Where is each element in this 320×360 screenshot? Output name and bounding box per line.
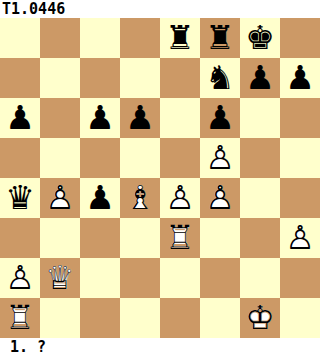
white-pawn[interactable]: ♟♙ [200, 178, 240, 218]
square-e3[interactable]: ♜♖ [160, 218, 200, 258]
square-a2[interactable]: ♟♙ [0, 258, 40, 298]
square-g8[interactable]: ♚ [240, 18, 280, 58]
black-pawn[interactable]: ♟ [240, 58, 280, 98]
problem-title: T1.0446 [0, 0, 320, 18]
square-c6[interactable]: ♟ [80, 98, 120, 138]
black-rook[interactable]: ♜ [160, 18, 200, 58]
white-queen[interactable]: ♛♕ [40, 258, 80, 298]
square-h4[interactable] [280, 178, 320, 218]
white-bishop[interactable]: ♝♗ [120, 178, 160, 218]
square-e1[interactable] [160, 298, 200, 338]
white-king[interactable]: ♚♔ [240, 298, 280, 338]
square-d8[interactable] [120, 18, 160, 58]
square-h5[interactable] [280, 138, 320, 178]
square-b7[interactable] [40, 58, 80, 98]
square-c5[interactable] [80, 138, 120, 178]
white-rook[interactable]: ♜♖ [160, 218, 200, 258]
square-f5[interactable]: ♟♙ [200, 138, 240, 178]
square-d1[interactable] [120, 298, 160, 338]
piece-outline: ♔ [240, 298, 280, 338]
piece-outline: ♙ [200, 138, 240, 178]
square-d6[interactable]: ♟ [120, 98, 160, 138]
square-c2[interactable] [80, 258, 120, 298]
square-e5[interactable] [160, 138, 200, 178]
square-a7[interactable] [0, 58, 40, 98]
square-e7[interactable] [160, 58, 200, 98]
square-b6[interactable] [40, 98, 80, 138]
piece-outline: ♙ [40, 178, 80, 218]
square-c7[interactable] [80, 58, 120, 98]
square-d3[interactable] [120, 218, 160, 258]
black-king[interactable]: ♚ [240, 18, 280, 58]
square-b2[interactable]: ♛♕ [40, 258, 80, 298]
square-b4[interactable]: ♟♙ [40, 178, 80, 218]
square-b5[interactable] [40, 138, 80, 178]
square-h8[interactable] [280, 18, 320, 58]
white-pawn[interactable]: ♟♙ [160, 178, 200, 218]
white-pawn[interactable]: ♟♙ [280, 218, 320, 258]
square-b8[interactable] [40, 18, 80, 58]
white-rook[interactable]: ♜♖ [0, 298, 40, 338]
square-a1[interactable]: ♜♖ [0, 298, 40, 338]
square-b1[interactable] [40, 298, 80, 338]
square-h1[interactable] [280, 298, 320, 338]
piece-outline: ♗ [120, 178, 160, 218]
square-a3[interactable] [0, 218, 40, 258]
white-pawn[interactable]: ♟♙ [200, 138, 240, 178]
square-f8[interactable]: ♜ [200, 18, 240, 58]
white-pawn[interactable]: ♟♙ [40, 178, 80, 218]
square-f3[interactable] [200, 218, 240, 258]
white-pawn[interactable]: ♟♙ [0, 258, 40, 298]
piece-outline: ♙ [0, 258, 40, 298]
square-c4[interactable]: ♟ [80, 178, 120, 218]
black-pawn[interactable]: ♟ [120, 98, 160, 138]
piece-outline: ♙ [280, 218, 320, 258]
square-e2[interactable] [160, 258, 200, 298]
black-pawn[interactable]: ♟ [80, 98, 120, 138]
square-g7[interactable]: ♟ [240, 58, 280, 98]
square-d2[interactable] [120, 258, 160, 298]
square-a5[interactable] [0, 138, 40, 178]
square-f7[interactable]: ♞ [200, 58, 240, 98]
square-e8[interactable]: ♜ [160, 18, 200, 58]
black-pawn[interactable]: ♟ [0, 98, 40, 138]
square-h3[interactable]: ♟♙ [280, 218, 320, 258]
piece-outline: ♖ [0, 298, 40, 338]
square-h7[interactable]: ♟ [280, 58, 320, 98]
square-f1[interactable] [200, 298, 240, 338]
move-prompt: 1. ? [0, 338, 320, 360]
square-d5[interactable] [120, 138, 160, 178]
square-a8[interactable] [0, 18, 40, 58]
black-rook[interactable]: ♜ [200, 18, 240, 58]
square-e6[interactable] [160, 98, 200, 138]
square-h6[interactable] [280, 98, 320, 138]
piece-outline: ♕ [40, 258, 80, 298]
square-g6[interactable] [240, 98, 280, 138]
square-d4[interactable]: ♝♗ [120, 178, 160, 218]
square-f4[interactable]: ♟♙ [200, 178, 240, 218]
square-a6[interactable]: ♟ [0, 98, 40, 138]
piece-outline: ♙ [160, 178, 200, 218]
square-e4[interactable]: ♟♙ [160, 178, 200, 218]
black-pawn[interactable]: ♟ [200, 98, 240, 138]
square-b3[interactable] [40, 218, 80, 258]
chess-board: ♜♜♚♞♟♟♟♟♟♟♟♙♛♟♙♟♝♗♟♙♟♙♜♖♟♙♟♙♛♕♜♖♚♔ [0, 18, 320, 338]
piece-outline: ♖ [160, 218, 200, 258]
square-c8[interactable] [80, 18, 120, 58]
square-c3[interactable] [80, 218, 120, 258]
black-queen[interactable]: ♛ [0, 178, 40, 218]
square-f6[interactable]: ♟ [200, 98, 240, 138]
square-c1[interactable] [80, 298, 120, 338]
square-g1[interactable]: ♚♔ [240, 298, 280, 338]
square-h2[interactable] [280, 258, 320, 298]
black-knight[interactable]: ♞ [200, 58, 240, 98]
square-g3[interactable] [240, 218, 280, 258]
square-f2[interactable] [200, 258, 240, 298]
square-d7[interactable] [120, 58, 160, 98]
black-pawn[interactable]: ♟ [80, 178, 120, 218]
black-pawn[interactable]: ♟ [280, 58, 320, 98]
square-g2[interactable] [240, 258, 280, 298]
piece-outline: ♙ [200, 178, 240, 218]
square-a4[interactable]: ♛ [0, 178, 40, 218]
square-g4[interactable] [240, 178, 280, 218]
square-g5[interactable] [240, 138, 280, 178]
chess-problem-page: T1.0446 ♜♜♚♞♟♟♟♟♟♟♟♙♛♟♙♟♝♗♟♙♟♙♜♖♟♙♟♙♛♕♜♖… [0, 0, 320, 360]
